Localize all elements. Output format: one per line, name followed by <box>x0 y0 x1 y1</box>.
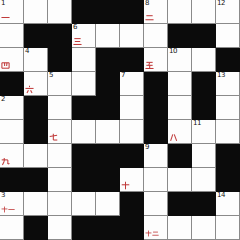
cell-r0c8[interactable] <box>192 0 216 24</box>
cell-r4c0[interactable]: 2 <box>0 96 24 120</box>
cell-r2c4-black <box>96 48 120 72</box>
cell-r9c6[interactable] <box>144 216 168 240</box>
cell-r6c1[interactable] <box>24 144 48 168</box>
cell-r8c2[interactable] <box>48 192 72 216</box>
cell-r4c1-black <box>24 96 48 120</box>
across-clue-label-4 <box>1 61 10 70</box>
cell-r3c6-black <box>144 72 168 96</box>
cell-r1c3[interactable]: 6 <box>72 24 96 48</box>
across-clue-label-2 <box>145 13 154 22</box>
clue-number-3: 3 <box>1 192 5 199</box>
cell-r6c2[interactable] <box>48 144 72 168</box>
cell-r1c5[interactable] <box>120 24 144 48</box>
cell-r4c6-black <box>144 96 168 120</box>
clue-number-10: 10 <box>169 48 177 55</box>
cell-r0c2[interactable] <box>48 0 72 24</box>
cell-r7c3-black <box>72 168 96 192</box>
cell-r6c0[interactable] <box>0 144 24 168</box>
cell-r9c7[interactable] <box>168 216 192 240</box>
across-clue-label-1 <box>1 13 10 22</box>
across-clue-label-8 <box>169 133 178 142</box>
clue-number-13: 13 <box>217 72 225 79</box>
cell-r5c7[interactable] <box>168 120 192 144</box>
cell-r6c9-black <box>216 144 240 168</box>
cell-r5c4[interactable] <box>96 120 120 144</box>
cell-r7c1-black <box>24 168 48 192</box>
cell-r8c5-black <box>120 192 144 216</box>
clue-number-11: 11 <box>193 120 201 127</box>
cell-r8c0[interactable]: 3 <box>0 192 24 216</box>
cell-r5c2[interactable] <box>48 120 72 144</box>
cell-r6c7-black <box>168 144 192 168</box>
cell-r3c1[interactable] <box>24 72 48 96</box>
cell-r9c9[interactable] <box>216 216 240 240</box>
cell-r4c3-black <box>72 96 96 120</box>
cell-r4c4-black <box>96 96 120 120</box>
across-clue-label-10 <box>121 181 130 190</box>
clue-number-2: 2 <box>1 96 5 103</box>
cell-r0c0[interactable]: 1 <box>0 0 24 24</box>
cell-r2c9-black <box>216 48 240 72</box>
cell-r0c5-black <box>120 0 144 24</box>
cell-r8c4[interactable] <box>96 192 120 216</box>
cell-r9c2[interactable] <box>48 216 72 240</box>
cell-r3c4-black <box>96 72 120 96</box>
across-clue-label-6 <box>25 85 34 94</box>
clue-number-14: 14 <box>217 192 225 199</box>
cell-r8c7-black <box>168 192 192 216</box>
cell-r7c5[interactable] <box>120 168 144 192</box>
cell-r1c2-black <box>48 24 72 48</box>
cell-r0c7[interactable] <box>168 0 192 24</box>
cell-r9c8[interactable] <box>192 216 216 240</box>
across-clue-label-3 <box>73 37 82 46</box>
cell-r7c2[interactable] <box>48 168 72 192</box>
cell-r3c2[interactable]: 5 <box>48 72 72 96</box>
cell-r7c0-black <box>0 168 24 192</box>
clue-number-8: 8 <box>145 0 149 7</box>
cell-r5c1-black <box>24 120 48 144</box>
across-clue-label-11 <box>1 205 15 214</box>
cell-r7c8[interactable] <box>192 168 216 192</box>
cell-r2c7[interactable]: 10 <box>168 48 192 72</box>
crossword-board: 1812641057132119314 <box>0 0 240 240</box>
cell-r1c7-black <box>168 24 192 48</box>
cell-r3c3[interactable] <box>72 72 96 96</box>
across-clue-label-12 <box>145 229 159 238</box>
clue-number-12: 12 <box>217 0 225 7</box>
crossword-page: 1812641057132119314 <box>0 0 240 240</box>
cell-r5c8[interactable]: 11 <box>192 120 216 144</box>
cell-r0c1[interactable] <box>24 0 48 24</box>
cell-r7c4-black <box>96 168 120 192</box>
cell-r2c5-black <box>120 48 144 72</box>
clue-number-6: 6 <box>73 24 77 31</box>
across-clue-label-9 <box>1 157 10 166</box>
across-clue-label-7 <box>49 133 58 142</box>
cell-r1c6[interactable] <box>144 24 168 48</box>
cell-r1c4[interactable] <box>96 24 120 48</box>
cell-r6c5-black <box>120 144 144 168</box>
cell-r9c0[interactable] <box>0 216 24 240</box>
cell-r4c5[interactable] <box>120 96 144 120</box>
cell-r1c1-black <box>24 24 48 48</box>
cell-r3c0-black <box>0 72 24 96</box>
cell-r7c6[interactable] <box>144 168 168 192</box>
cell-r2c3[interactable] <box>72 48 96 72</box>
cell-r4c2[interactable] <box>48 96 72 120</box>
cell-r8c3[interactable] <box>72 192 96 216</box>
cell-r2c2-black <box>48 48 72 72</box>
cell-r2c8[interactable] <box>192 48 216 72</box>
clue-number-7: 7 <box>121 72 125 79</box>
cell-r1c0[interactable] <box>0 24 24 48</box>
cell-r8c6[interactable] <box>144 192 168 216</box>
cell-r4c9[interactable] <box>216 96 240 120</box>
cell-r6c4-black <box>96 144 120 168</box>
cell-r9c3-black <box>72 216 96 240</box>
cell-r5c5[interactable] <box>120 120 144 144</box>
cell-r1c8-black <box>192 24 216 48</box>
cell-r5c6-black <box>144 120 168 144</box>
cell-r3c8-black <box>192 72 216 96</box>
cell-r5c3[interactable] <box>72 120 96 144</box>
clue-number-1: 1 <box>1 0 5 7</box>
clue-number-5: 5 <box>49 72 53 79</box>
cell-r2c6[interactable] <box>144 48 168 72</box>
cell-r5c9[interactable] <box>216 120 240 144</box>
cell-r3c9[interactable]: 13 <box>216 72 240 96</box>
cell-r0c6[interactable]: 8 <box>144 0 168 24</box>
cell-r9c5-black <box>120 216 144 240</box>
cell-r4c7[interactable] <box>168 96 192 120</box>
cell-r8c8-black <box>192 192 216 216</box>
cell-r7c7[interactable] <box>168 168 192 192</box>
cell-r0c3-black <box>72 0 96 24</box>
cell-r7c9-black <box>216 168 240 192</box>
cell-r5c0[interactable] <box>0 120 24 144</box>
cell-r8c1[interactable] <box>24 192 48 216</box>
cell-r6c8[interactable] <box>192 144 216 168</box>
cell-r1c9[interactable] <box>216 24 240 48</box>
clue-number-9: 9 <box>145 144 149 151</box>
cell-r0c4-black <box>96 0 120 24</box>
cell-r9c1-black <box>24 216 48 240</box>
cell-r9c4-black <box>96 216 120 240</box>
cell-r3c5[interactable]: 7 <box>120 72 144 96</box>
cell-r2c1[interactable]: 4 <box>24 48 48 72</box>
cell-r8c9[interactable]: 14 <box>216 192 240 216</box>
cell-r6c3-black <box>72 144 96 168</box>
across-clue-label-5 <box>145 61 154 70</box>
cell-r3c7[interactable] <box>168 72 192 96</box>
cell-r4c8-black <box>192 96 216 120</box>
clue-number-4: 4 <box>25 48 29 55</box>
cell-r6c6[interactable]: 9 <box>144 144 168 168</box>
cell-r2c0[interactable] <box>0 48 24 72</box>
cell-r0c9[interactable]: 12 <box>216 0 240 24</box>
